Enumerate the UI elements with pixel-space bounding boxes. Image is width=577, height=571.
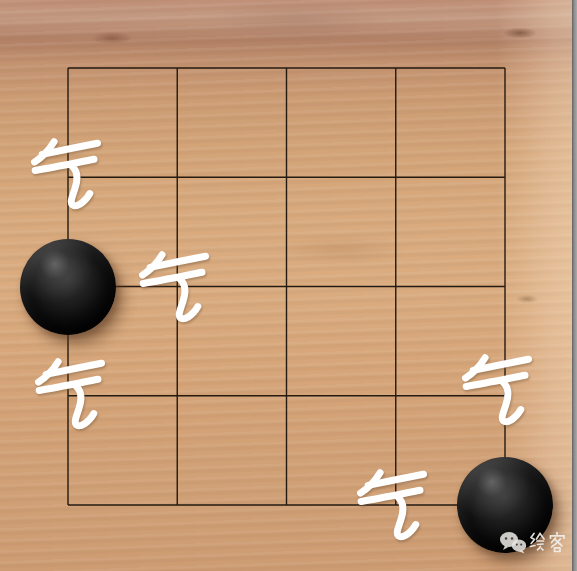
go-board-photo	[0, 0, 577, 571]
wechat-icon	[499, 531, 527, 554]
board-right-edge	[572, 0, 577, 571]
watermark-brand-text	[529, 532, 567, 553]
stone-black[interactable]	[20, 239, 116, 335]
watermark	[499, 531, 567, 554]
